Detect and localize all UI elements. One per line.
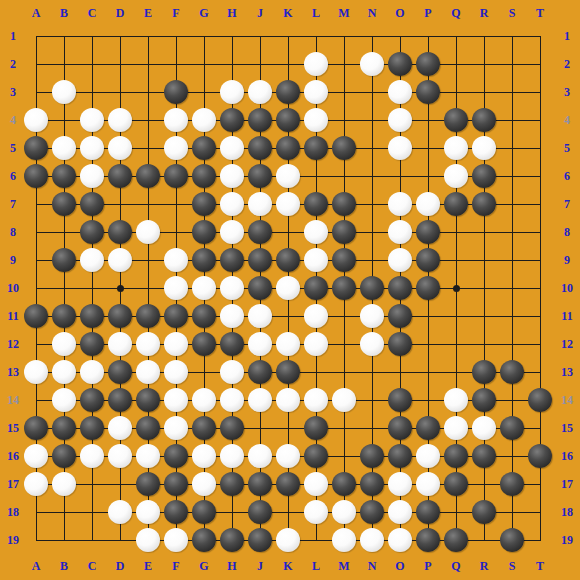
- intersection-C2[interactable]: [78, 50, 106, 78]
- intersection-C11[interactable]: [78, 302, 106, 330]
- intersection-F2[interactable]: [162, 50, 190, 78]
- intersection-N7[interactable]: [358, 190, 386, 218]
- intersection-B17[interactable]: [50, 470, 78, 498]
- intersection-H14[interactable]: [218, 386, 246, 414]
- intersection-A19[interactable]: [22, 526, 50, 554]
- intersection-O16[interactable]: [386, 442, 414, 470]
- intersection-R2[interactable]: [470, 50, 498, 78]
- intersection-O11[interactable]: [386, 302, 414, 330]
- intersection-K9[interactable]: [274, 246, 302, 274]
- intersection-J4[interactable]: [246, 106, 274, 134]
- intersection-R8[interactable]: [470, 218, 498, 246]
- intersection-S9[interactable]: [498, 246, 526, 274]
- intersection-B8[interactable]: [50, 218, 78, 246]
- intersection-K11[interactable]: [274, 302, 302, 330]
- intersection-F13[interactable]: [162, 358, 190, 386]
- intersection-C7[interactable]: [78, 190, 106, 218]
- intersection-S5[interactable]: [498, 134, 526, 162]
- intersection-R5[interactable]: [470, 134, 498, 162]
- intersection-B2[interactable]: [50, 50, 78, 78]
- intersection-P4[interactable]: [414, 106, 442, 134]
- intersection-M17[interactable]: [330, 470, 358, 498]
- intersection-B1[interactable]: [50, 22, 78, 50]
- intersection-P10[interactable]: [414, 274, 442, 302]
- intersection-S6[interactable]: [498, 162, 526, 190]
- intersection-B19[interactable]: [50, 526, 78, 554]
- intersection-N15[interactable]: [358, 414, 386, 442]
- intersection-L2[interactable]: [302, 50, 330, 78]
- intersection-L17[interactable]: [302, 470, 330, 498]
- intersection-N19[interactable]: [358, 526, 386, 554]
- intersection-J8[interactable]: [246, 218, 274, 246]
- intersection-Q9[interactable]: [442, 246, 470, 274]
- intersection-O19[interactable]: [386, 526, 414, 554]
- intersection-T19[interactable]: [526, 526, 554, 554]
- intersection-P11[interactable]: [414, 302, 442, 330]
- intersection-E10[interactable]: [134, 274, 162, 302]
- intersection-O12[interactable]: [386, 330, 414, 358]
- intersection-D8[interactable]: [106, 218, 134, 246]
- intersection-L5[interactable]: [302, 134, 330, 162]
- intersection-H2[interactable]: [218, 50, 246, 78]
- intersection-P12[interactable]: [414, 330, 442, 358]
- intersection-N1[interactable]: [358, 22, 386, 50]
- intersection-S19[interactable]: [498, 526, 526, 554]
- intersection-H13[interactable]: [218, 358, 246, 386]
- intersection-E12[interactable]: [134, 330, 162, 358]
- intersection-A14[interactable]: [22, 386, 50, 414]
- intersection-B16[interactable]: [50, 442, 78, 470]
- intersection-S3[interactable]: [498, 78, 526, 106]
- intersection-H3[interactable]: [218, 78, 246, 106]
- intersection-E5[interactable]: [134, 134, 162, 162]
- intersection-J18[interactable]: [246, 498, 274, 526]
- intersection-R12[interactable]: [470, 330, 498, 358]
- intersection-C10[interactable]: [78, 274, 106, 302]
- intersection-E4[interactable]: [134, 106, 162, 134]
- intersection-R3[interactable]: [470, 78, 498, 106]
- intersection-G5[interactable]: [190, 134, 218, 162]
- intersection-R6[interactable]: [470, 162, 498, 190]
- intersection-N8[interactable]: [358, 218, 386, 246]
- intersection-L14[interactable]: [302, 386, 330, 414]
- intersection-H5[interactable]: [218, 134, 246, 162]
- intersection-M12[interactable]: [330, 330, 358, 358]
- intersection-B3[interactable]: [50, 78, 78, 106]
- intersection-C18[interactable]: [78, 498, 106, 526]
- intersection-H19[interactable]: [218, 526, 246, 554]
- intersection-B5[interactable]: [50, 134, 78, 162]
- intersection-H12[interactable]: [218, 330, 246, 358]
- intersection-K13[interactable]: [274, 358, 302, 386]
- intersection-S16[interactable]: [498, 442, 526, 470]
- intersection-R10[interactable]: [470, 274, 498, 302]
- intersection-T11[interactable]: [526, 302, 554, 330]
- intersection-S13[interactable]: [498, 358, 526, 386]
- intersection-F17[interactable]: [162, 470, 190, 498]
- intersection-L10[interactable]: [302, 274, 330, 302]
- intersection-K6[interactable]: [274, 162, 302, 190]
- intersection-B6[interactable]: [50, 162, 78, 190]
- intersection-K7[interactable]: [274, 190, 302, 218]
- intersection-T4[interactable]: [526, 106, 554, 134]
- intersection-J7[interactable]: [246, 190, 274, 218]
- intersection-N4[interactable]: [358, 106, 386, 134]
- intersection-G11[interactable]: [190, 302, 218, 330]
- intersection-F10[interactable]: [162, 274, 190, 302]
- intersection-E9[interactable]: [134, 246, 162, 274]
- intersection-M3[interactable]: [330, 78, 358, 106]
- intersection-M16[interactable]: [330, 442, 358, 470]
- intersection-M7[interactable]: [330, 190, 358, 218]
- intersection-H11[interactable]: [218, 302, 246, 330]
- intersection-L6[interactable]: [302, 162, 330, 190]
- intersection-R7[interactable]: [470, 190, 498, 218]
- intersection-D14[interactable]: [106, 386, 134, 414]
- intersection-M8[interactable]: [330, 218, 358, 246]
- intersection-E19[interactable]: [134, 526, 162, 554]
- intersection-M18[interactable]: [330, 498, 358, 526]
- intersection-E11[interactable]: [134, 302, 162, 330]
- intersection-B7[interactable]: [50, 190, 78, 218]
- intersection-L11[interactable]: [302, 302, 330, 330]
- intersection-L13[interactable]: [302, 358, 330, 386]
- intersection-M11[interactable]: [330, 302, 358, 330]
- intersection-T18[interactable]: [526, 498, 554, 526]
- intersection-Q19[interactable]: [442, 526, 470, 554]
- intersection-H16[interactable]: [218, 442, 246, 470]
- intersection-F11[interactable]: [162, 302, 190, 330]
- intersection-B4[interactable]: [50, 106, 78, 134]
- intersection-L3[interactable]: [302, 78, 330, 106]
- intersection-S11[interactable]: [498, 302, 526, 330]
- intersection-G2[interactable]: [190, 50, 218, 78]
- intersection-M1[interactable]: [330, 22, 358, 50]
- intersection-M6[interactable]: [330, 162, 358, 190]
- intersection-S18[interactable]: [498, 498, 526, 526]
- intersection-F18[interactable]: [162, 498, 190, 526]
- intersection-D17[interactable]: [106, 470, 134, 498]
- intersection-A11[interactable]: [22, 302, 50, 330]
- intersection-Q2[interactable]: [442, 50, 470, 78]
- intersection-F15[interactable]: [162, 414, 190, 442]
- intersection-D1[interactable]: [106, 22, 134, 50]
- intersection-D18[interactable]: [106, 498, 134, 526]
- intersection-K14[interactable]: [274, 386, 302, 414]
- intersection-A12[interactable]: [22, 330, 50, 358]
- intersection-G16[interactable]: [190, 442, 218, 470]
- intersection-Q17[interactable]: [442, 470, 470, 498]
- intersection-D13[interactable]: [106, 358, 134, 386]
- intersection-Q3[interactable]: [442, 78, 470, 106]
- intersection-C16[interactable]: [78, 442, 106, 470]
- intersection-B12[interactable]: [50, 330, 78, 358]
- intersection-P2[interactable]: [414, 50, 442, 78]
- intersection-J10[interactable]: [246, 274, 274, 302]
- intersection-D9[interactable]: [106, 246, 134, 274]
- intersection-M10[interactable]: [330, 274, 358, 302]
- intersection-O3[interactable]: [386, 78, 414, 106]
- intersection-L7[interactable]: [302, 190, 330, 218]
- intersection-P8[interactable]: [414, 218, 442, 246]
- intersection-L8[interactable]: [302, 218, 330, 246]
- intersection-S4[interactable]: [498, 106, 526, 134]
- intersection-C12[interactable]: [78, 330, 106, 358]
- intersection-P9[interactable]: [414, 246, 442, 274]
- intersection-G12[interactable]: [190, 330, 218, 358]
- intersection-N10[interactable]: [358, 274, 386, 302]
- intersection-S17[interactable]: [498, 470, 526, 498]
- intersection-B9[interactable]: [50, 246, 78, 274]
- intersection-S1[interactable]: [498, 22, 526, 50]
- intersection-A1[interactable]: [22, 22, 50, 50]
- intersection-K2[interactable]: [274, 50, 302, 78]
- intersection-S15[interactable]: [498, 414, 526, 442]
- intersection-O13[interactable]: [386, 358, 414, 386]
- intersection-Q10[interactable]: [442, 274, 470, 302]
- intersection-M15[interactable]: [330, 414, 358, 442]
- intersection-E14[interactable]: [134, 386, 162, 414]
- intersection-A8[interactable]: [22, 218, 50, 246]
- intersection-R9[interactable]: [470, 246, 498, 274]
- intersection-S2[interactable]: [498, 50, 526, 78]
- intersection-J5[interactable]: [246, 134, 274, 162]
- intersection-K19[interactable]: [274, 526, 302, 554]
- intersection-A15[interactable]: [22, 414, 50, 442]
- intersection-F14[interactable]: [162, 386, 190, 414]
- intersection-F6[interactable]: [162, 162, 190, 190]
- intersection-S8[interactable]: [498, 218, 526, 246]
- intersection-Q7[interactable]: [442, 190, 470, 218]
- intersection-M4[interactable]: [330, 106, 358, 134]
- intersection-G3[interactable]: [190, 78, 218, 106]
- intersection-H8[interactable]: [218, 218, 246, 246]
- intersection-H7[interactable]: [218, 190, 246, 218]
- intersection-R19[interactable]: [470, 526, 498, 554]
- intersection-L15[interactable]: [302, 414, 330, 442]
- intersection-G7[interactable]: [190, 190, 218, 218]
- intersection-Q18[interactable]: [442, 498, 470, 526]
- intersection-L16[interactable]: [302, 442, 330, 470]
- intersection-C1[interactable]: [78, 22, 106, 50]
- intersection-J12[interactable]: [246, 330, 274, 358]
- intersection-A5[interactable]: [22, 134, 50, 162]
- intersection-C5[interactable]: [78, 134, 106, 162]
- intersection-D2[interactable]: [106, 50, 134, 78]
- intersection-F4[interactable]: [162, 106, 190, 134]
- intersection-E2[interactable]: [134, 50, 162, 78]
- intersection-F8[interactable]: [162, 218, 190, 246]
- intersection-R13[interactable]: [470, 358, 498, 386]
- intersection-R16[interactable]: [470, 442, 498, 470]
- intersection-T8[interactable]: [526, 218, 554, 246]
- intersection-T15[interactable]: [526, 414, 554, 442]
- intersection-J17[interactable]: [246, 470, 274, 498]
- intersection-T7[interactable]: [526, 190, 554, 218]
- intersection-E7[interactable]: [134, 190, 162, 218]
- intersection-D16[interactable]: [106, 442, 134, 470]
- intersection-T14[interactable]: [526, 386, 554, 414]
- intersection-P17[interactable]: [414, 470, 442, 498]
- intersection-Q5[interactable]: [442, 134, 470, 162]
- intersection-G15[interactable]: [190, 414, 218, 442]
- intersection-O15[interactable]: [386, 414, 414, 442]
- intersection-O7[interactable]: [386, 190, 414, 218]
- intersection-R11[interactable]: [470, 302, 498, 330]
- intersection-T1[interactable]: [526, 22, 554, 50]
- intersection-Q12[interactable]: [442, 330, 470, 358]
- intersection-C15[interactable]: [78, 414, 106, 442]
- intersection-D7[interactable]: [106, 190, 134, 218]
- intersection-K17[interactable]: [274, 470, 302, 498]
- intersection-G17[interactable]: [190, 470, 218, 498]
- intersection-Q15[interactable]: [442, 414, 470, 442]
- intersection-N13[interactable]: [358, 358, 386, 386]
- intersection-A4[interactable]: [22, 106, 50, 134]
- intersection-S7[interactable]: [498, 190, 526, 218]
- intersection-H18[interactable]: [218, 498, 246, 526]
- intersection-H10[interactable]: [218, 274, 246, 302]
- intersection-N17[interactable]: [358, 470, 386, 498]
- intersection-J1[interactable]: [246, 22, 274, 50]
- intersection-J19[interactable]: [246, 526, 274, 554]
- intersection-L18[interactable]: [302, 498, 330, 526]
- intersection-A6[interactable]: [22, 162, 50, 190]
- intersection-J2[interactable]: [246, 50, 274, 78]
- intersection-L12[interactable]: [302, 330, 330, 358]
- intersection-L19[interactable]: [302, 526, 330, 554]
- intersection-Q14[interactable]: [442, 386, 470, 414]
- intersection-K5[interactable]: [274, 134, 302, 162]
- intersection-B18[interactable]: [50, 498, 78, 526]
- intersection-S14[interactable]: [498, 386, 526, 414]
- intersection-H4[interactable]: [218, 106, 246, 134]
- intersection-E15[interactable]: [134, 414, 162, 442]
- intersection-K1[interactable]: [274, 22, 302, 50]
- intersection-N2[interactable]: [358, 50, 386, 78]
- intersection-T6[interactable]: [526, 162, 554, 190]
- intersection-P6[interactable]: [414, 162, 442, 190]
- intersection-M2[interactable]: [330, 50, 358, 78]
- intersection-O17[interactable]: [386, 470, 414, 498]
- intersection-H17[interactable]: [218, 470, 246, 498]
- intersection-L1[interactable]: [302, 22, 330, 50]
- intersection-E1[interactable]: [134, 22, 162, 50]
- intersection-K10[interactable]: [274, 274, 302, 302]
- intersection-B11[interactable]: [50, 302, 78, 330]
- intersection-T17[interactable]: [526, 470, 554, 498]
- intersection-S12[interactable]: [498, 330, 526, 358]
- intersection-P14[interactable]: [414, 386, 442, 414]
- intersection-C17[interactable]: [78, 470, 106, 498]
- intersection-F9[interactable]: [162, 246, 190, 274]
- intersection-P13[interactable]: [414, 358, 442, 386]
- intersection-R14[interactable]: [470, 386, 498, 414]
- intersection-Q1[interactable]: [442, 22, 470, 50]
- intersection-N6[interactable]: [358, 162, 386, 190]
- intersection-F16[interactable]: [162, 442, 190, 470]
- intersection-R15[interactable]: [470, 414, 498, 442]
- intersection-O8[interactable]: [386, 218, 414, 246]
- intersection-M5[interactable]: [330, 134, 358, 162]
- intersection-N18[interactable]: [358, 498, 386, 526]
- intersection-J13[interactable]: [246, 358, 274, 386]
- intersection-O18[interactable]: [386, 498, 414, 526]
- intersection-L9[interactable]: [302, 246, 330, 274]
- intersection-F1[interactable]: [162, 22, 190, 50]
- intersection-G13[interactable]: [190, 358, 218, 386]
- intersection-Q6[interactable]: [442, 162, 470, 190]
- intersection-K8[interactable]: [274, 218, 302, 246]
- intersection-K3[interactable]: [274, 78, 302, 106]
- intersection-T12[interactable]: [526, 330, 554, 358]
- intersection-H15[interactable]: [218, 414, 246, 442]
- intersection-J3[interactable]: [246, 78, 274, 106]
- intersection-B15[interactable]: [50, 414, 78, 442]
- intersection-C14[interactable]: [78, 386, 106, 414]
- intersection-A2[interactable]: [22, 50, 50, 78]
- intersection-F12[interactable]: [162, 330, 190, 358]
- intersection-J6[interactable]: [246, 162, 274, 190]
- intersection-C8[interactable]: [78, 218, 106, 246]
- intersection-A17[interactable]: [22, 470, 50, 498]
- intersection-B14[interactable]: [50, 386, 78, 414]
- intersection-Q8[interactable]: [442, 218, 470, 246]
- intersection-P5[interactable]: [414, 134, 442, 162]
- intersection-E13[interactable]: [134, 358, 162, 386]
- intersection-Q13[interactable]: [442, 358, 470, 386]
- intersection-Q16[interactable]: [442, 442, 470, 470]
- intersection-P7[interactable]: [414, 190, 442, 218]
- intersection-C19[interactable]: [78, 526, 106, 554]
- intersection-M13[interactable]: [330, 358, 358, 386]
- intersection-P19[interactable]: [414, 526, 442, 554]
- intersection-E16[interactable]: [134, 442, 162, 470]
- intersection-G18[interactable]: [190, 498, 218, 526]
- intersection-J15[interactable]: [246, 414, 274, 442]
- intersection-G8[interactable]: [190, 218, 218, 246]
- intersection-O4[interactable]: [386, 106, 414, 134]
- intersection-D12[interactable]: [106, 330, 134, 358]
- intersection-B13[interactable]: [50, 358, 78, 386]
- intersection-A18[interactable]: [22, 498, 50, 526]
- intersection-E3[interactable]: [134, 78, 162, 106]
- intersection-G14[interactable]: [190, 386, 218, 414]
- intersection-G19[interactable]: [190, 526, 218, 554]
- intersection-K15[interactable]: [274, 414, 302, 442]
- intersection-P15[interactable]: [414, 414, 442, 442]
- intersection-O1[interactable]: [386, 22, 414, 50]
- intersection-T13[interactable]: [526, 358, 554, 386]
- intersection-G10[interactable]: [190, 274, 218, 302]
- intersection-P3[interactable]: [414, 78, 442, 106]
- intersection-E8[interactable]: [134, 218, 162, 246]
- intersection-J9[interactable]: [246, 246, 274, 274]
- intersection-A16[interactable]: [22, 442, 50, 470]
- intersection-F3[interactable]: [162, 78, 190, 106]
- intersection-C3[interactable]: [78, 78, 106, 106]
- intersection-A3[interactable]: [22, 78, 50, 106]
- intersection-P18[interactable]: [414, 498, 442, 526]
- intersection-H6[interactable]: [218, 162, 246, 190]
- intersection-G6[interactable]: [190, 162, 218, 190]
- intersection-C6[interactable]: [78, 162, 106, 190]
- intersection-G4[interactable]: [190, 106, 218, 134]
- intersection-S10[interactable]: [498, 274, 526, 302]
- intersection-F19[interactable]: [162, 526, 190, 554]
- intersection-N14[interactable]: [358, 386, 386, 414]
- intersection-E17[interactable]: [134, 470, 162, 498]
